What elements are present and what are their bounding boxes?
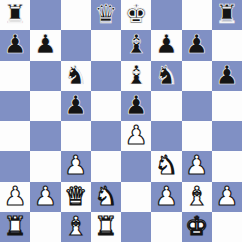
white-pawn[interactable]: ♟ [64, 152, 87, 178]
square-f1[interactable] [151, 212, 181, 242]
square-c4[interactable] [61, 121, 91, 151]
square-b2[interactable]: ♟ [30, 182, 60, 212]
square-a2[interactable]: ♟ [0, 182, 30, 212]
square-f6[interactable]: ♞ [151, 61, 181, 91]
black-knight[interactable]: ♞ [155, 62, 178, 88]
black-knight[interactable]: ♞ [64, 62, 87, 88]
white-rook[interactable]: ♜ [3, 213, 26, 239]
square-e1[interactable] [121, 212, 151, 242]
square-d8[interactable]: ♛ [91, 0, 121, 30]
square-c8[interactable] [61, 0, 91, 30]
square-a4[interactable] [0, 121, 30, 151]
square-e6[interactable]: ♝ [121, 61, 151, 91]
square-g3[interactable]: ♟ [182, 151, 212, 181]
black-pawn[interactable]: ♟ [124, 92, 147, 118]
square-d5[interactable] [91, 91, 121, 121]
square-c1[interactable]: ♝ [61, 212, 91, 242]
square-g2[interactable]: ♝ [182, 182, 212, 212]
black-queen[interactable]: ♛ [94, 1, 117, 27]
square-c5[interactable]: ♟ [61, 91, 91, 121]
white-knight[interactable]: ♞ [94, 183, 117, 209]
square-h7[interactable] [212, 30, 242, 60]
square-a6[interactable] [0, 61, 30, 91]
square-d1[interactable]: ♜ [91, 212, 121, 242]
square-g4[interactable] [182, 121, 212, 151]
black-king[interactable]: ♚ [124, 1, 147, 27]
square-b8[interactable] [30, 0, 60, 30]
black-rook[interactable]: ♜ [215, 1, 238, 27]
square-b1[interactable] [30, 212, 60, 242]
square-d2[interactable]: ♞ [91, 182, 121, 212]
square-e4[interactable]: ♟ [121, 121, 151, 151]
square-a7[interactable]: ♟ [0, 30, 30, 60]
square-h1[interactable] [212, 212, 242, 242]
square-f2[interactable]: ♟ [151, 182, 181, 212]
black-bishop[interactable]: ♝ [124, 31, 147, 57]
square-f5[interactable] [151, 91, 181, 121]
square-f7[interactable]: ♟ [151, 30, 181, 60]
white-queen[interactable]: ♛ [64, 183, 87, 209]
square-e3[interactable] [121, 151, 151, 181]
square-h5[interactable] [212, 91, 242, 121]
white-pawn[interactable]: ♟ [155, 183, 178, 209]
square-a8[interactable]: ♜ [0, 0, 30, 30]
square-h6[interactable]: ♟ [212, 61, 242, 91]
square-d4[interactable] [91, 121, 121, 151]
black-pawn[interactable]: ♟ [3, 31, 26, 57]
black-pawn[interactable]: ♟ [215, 62, 238, 88]
square-d6[interactable] [91, 61, 121, 91]
white-knight[interactable]: ♞ [155, 152, 178, 178]
black-pawn[interactable]: ♟ [185, 31, 208, 57]
square-h3[interactable] [212, 151, 242, 181]
white-rook[interactable]: ♜ [94, 213, 117, 239]
square-e8[interactable]: ♚ [121, 0, 151, 30]
square-a5[interactable] [0, 91, 30, 121]
square-b6[interactable] [30, 61, 60, 91]
white-bishop[interactable]: ♝ [185, 183, 208, 209]
square-h8[interactable]: ♜ [212, 0, 242, 30]
white-pawn[interactable]: ♟ [3, 183, 26, 209]
chess-board: ♜♛♚♜♟♟♝♟♟♞♝♞♟♟♟♟♟♞♟♟♟♛♞♟♝♟♜♝♜♚ [0, 0, 242, 242]
square-e7[interactable]: ♝ [121, 30, 151, 60]
black-bishop[interactable]: ♝ [124, 62, 147, 88]
square-g8[interactable] [182, 0, 212, 30]
white-bishop[interactable]: ♝ [64, 213, 87, 239]
square-c2[interactable]: ♛ [61, 182, 91, 212]
square-b3[interactable] [30, 151, 60, 181]
square-d3[interactable] [91, 151, 121, 181]
white-pawn[interactable]: ♟ [185, 152, 208, 178]
square-e2[interactable] [121, 182, 151, 212]
square-c3[interactable]: ♟ [61, 151, 91, 181]
square-f8[interactable] [151, 0, 181, 30]
square-h4[interactable] [212, 121, 242, 151]
white-pawn[interactable]: ♟ [215, 183, 238, 209]
square-b4[interactable] [30, 121, 60, 151]
black-pawn[interactable]: ♟ [34, 31, 57, 57]
black-pawn[interactable]: ♟ [155, 31, 178, 57]
square-d7[interactable] [91, 30, 121, 60]
white-pawn[interactable]: ♟ [124, 122, 147, 148]
square-e5[interactable]: ♟ [121, 91, 151, 121]
white-pawn[interactable]: ♟ [34, 183, 57, 209]
square-g5[interactable] [182, 91, 212, 121]
square-g1[interactable]: ♚ [182, 212, 212, 242]
white-king[interactable]: ♚ [185, 213, 208, 239]
black-rook[interactable]: ♜ [3, 1, 26, 27]
square-f3[interactable]: ♞ [151, 151, 181, 181]
square-c6[interactable]: ♞ [61, 61, 91, 91]
square-c7[interactable] [61, 30, 91, 60]
square-b7[interactable]: ♟ [30, 30, 60, 60]
square-b5[interactable] [30, 91, 60, 121]
square-f4[interactable] [151, 121, 181, 151]
square-a3[interactable] [0, 151, 30, 181]
square-g7[interactable]: ♟ [182, 30, 212, 60]
square-g6[interactable] [182, 61, 212, 91]
square-h2[interactable]: ♟ [212, 182, 242, 212]
black-pawn[interactable]: ♟ [64, 92, 87, 118]
square-a1[interactable]: ♜ [0, 212, 30, 242]
